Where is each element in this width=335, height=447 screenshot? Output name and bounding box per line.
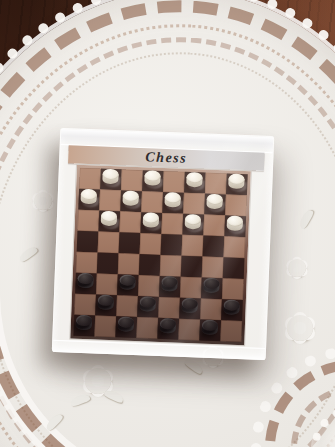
board-cell xyxy=(224,236,246,258)
board-cell xyxy=(120,190,142,212)
board-cell xyxy=(203,215,225,237)
board-cell xyxy=(140,233,162,255)
board-frame xyxy=(69,164,252,347)
board-cell xyxy=(77,231,99,253)
board-cell xyxy=(100,169,122,191)
white-piece xyxy=(102,169,119,186)
board-cell xyxy=(183,193,205,215)
board-cell xyxy=(141,191,163,213)
board-cell xyxy=(121,169,143,191)
board-cell xyxy=(79,168,101,190)
board-cell xyxy=(180,277,202,299)
case-label: Chess xyxy=(145,149,187,167)
white-piece xyxy=(186,172,203,189)
board-cell xyxy=(158,297,180,319)
white-piece xyxy=(80,189,97,206)
board-cell xyxy=(96,273,118,295)
lace-medallion xyxy=(253,348,335,447)
photo-scene: Chess xyxy=(0,0,335,447)
board-cell xyxy=(138,275,160,297)
board-cell xyxy=(223,257,245,279)
board-cell xyxy=(117,274,139,296)
board-cell xyxy=(137,296,159,318)
board-cell xyxy=(97,252,119,274)
white-piece xyxy=(101,211,118,228)
white-piece xyxy=(144,170,161,187)
board-cell xyxy=(182,214,204,236)
black-piece xyxy=(97,295,114,312)
board-cell xyxy=(157,318,179,340)
board-cell xyxy=(179,298,201,320)
board-cell xyxy=(75,273,97,295)
board-cell xyxy=(226,173,248,195)
board-cell xyxy=(140,212,162,234)
lace-flower xyxy=(287,315,313,341)
white-piece xyxy=(122,190,139,207)
board-cell xyxy=(221,299,243,321)
white-piece xyxy=(227,215,244,232)
board-grid xyxy=(73,168,247,342)
lace-flower xyxy=(288,259,306,277)
board-cell xyxy=(199,319,221,341)
board-cell xyxy=(76,252,98,274)
board-cell xyxy=(78,189,100,211)
board-cell xyxy=(116,295,138,317)
board-cell xyxy=(142,170,164,192)
board-cell xyxy=(201,278,223,300)
board-cell xyxy=(203,236,225,258)
board-cell xyxy=(222,278,244,300)
board-cell xyxy=(98,232,120,254)
board-cell xyxy=(161,213,183,235)
board-cell xyxy=(119,232,141,254)
board-cell xyxy=(159,276,181,298)
white-piece xyxy=(185,214,202,231)
board-cell xyxy=(184,172,206,194)
board-cell xyxy=(160,255,182,277)
board-cell xyxy=(139,254,161,276)
black-piece xyxy=(161,276,178,293)
board-cell xyxy=(98,211,120,233)
board-cell xyxy=(161,234,183,256)
white-piece xyxy=(206,194,223,211)
board-cell xyxy=(73,315,95,337)
board-cell xyxy=(74,294,96,316)
board-cell xyxy=(99,190,121,212)
board-cell xyxy=(136,317,158,339)
black-piece xyxy=(118,316,135,333)
chess-case: Chess xyxy=(52,128,274,360)
black-piece xyxy=(223,299,240,316)
white-piece xyxy=(228,173,245,190)
black-piece xyxy=(202,320,219,337)
board-cell xyxy=(181,256,203,278)
black-piece xyxy=(160,318,177,335)
board-cell xyxy=(118,253,140,275)
board-cell xyxy=(202,257,224,279)
board-cell xyxy=(182,235,204,257)
white-piece xyxy=(143,212,160,229)
board-cell xyxy=(205,173,227,195)
board-cell xyxy=(115,316,137,338)
board-cell xyxy=(119,211,141,233)
black-piece xyxy=(203,278,220,295)
board-cell xyxy=(162,192,184,214)
black-piece xyxy=(139,296,156,313)
board-cell xyxy=(94,315,116,337)
black-piece xyxy=(181,298,198,315)
white-piece xyxy=(164,192,181,209)
board-cell xyxy=(220,320,242,342)
black-piece xyxy=(119,274,136,291)
board-cell xyxy=(204,194,226,216)
black-piece xyxy=(76,315,93,332)
board-cell xyxy=(224,215,246,237)
board-cell xyxy=(95,294,117,316)
board-cell xyxy=(163,171,185,193)
lace-flower xyxy=(34,192,52,210)
board-cell xyxy=(225,194,247,216)
board-cell xyxy=(77,210,99,232)
black-piece xyxy=(77,273,94,290)
board-cell xyxy=(200,298,222,320)
board-cell xyxy=(178,319,200,341)
